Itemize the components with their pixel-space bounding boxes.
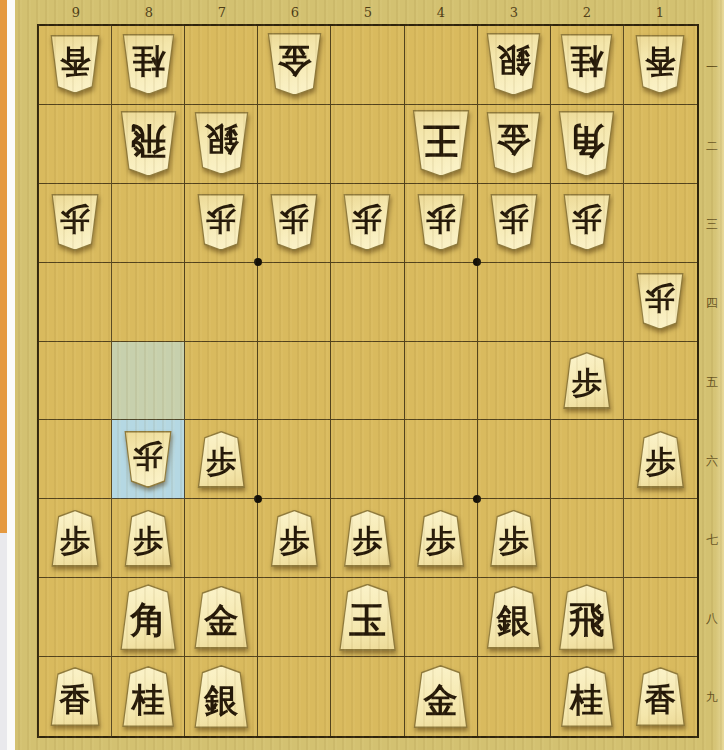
koma-face: 飛 — [120, 112, 176, 175]
koma-kanji: 歩 — [645, 284, 675, 314]
square-96[interactable] — [39, 420, 112, 499]
koma-kanji: 歩 — [133, 441, 163, 471]
koma-face: 銀 — [487, 587, 541, 647]
sente-orientation: 歩 — [489, 510, 539, 567]
koma-face: 歩 — [344, 196, 391, 250]
file-label-6: 6 — [259, 4, 332, 22]
square-92[interactable] — [39, 105, 112, 184]
koma-kanji: 歩 — [352, 526, 382, 556]
square-21[interactable]: 桂 — [551, 26, 624, 105]
shogi-piece-角-sente[interactable]: 角 — [119, 584, 178, 650]
square-15[interactable] — [624, 342, 697, 421]
shogi-piece-歩-sente[interactable]: 歩 — [489, 510, 539, 567]
star-point — [473, 258, 481, 266]
square-81[interactable]: 桂 — [112, 26, 185, 105]
sente-orientation: 歩 — [196, 431, 246, 488]
shogi-piece-金-gote[interactable]: 金 — [266, 33, 323, 96]
koma-face: 金 — [267, 35, 321, 95]
file-label-9: 9 — [40, 4, 113, 22]
gote-orientation: 金 — [485, 112, 542, 175]
koma-body: 歩 — [123, 431, 173, 488]
shogi-piece-香-sente[interactable]: 香 — [49, 667, 101, 726]
koma-kanji: 歩 — [572, 368, 602, 398]
square-84[interactable] — [112, 263, 185, 342]
koma-face: 歩 — [52, 196, 99, 250]
sente-orientation: 銀 — [485, 586, 542, 649]
file-label-2: 2 — [551, 4, 624, 22]
koma-face: 金 — [487, 114, 541, 174]
shogi-piece-香-sente[interactable]: 香 — [634, 667, 686, 726]
shogi-piece-銀-sente[interactable]: 銀 — [193, 665, 250, 728]
gote-orientation: 桂 — [121, 34, 176, 95]
koma-kanji: 歩 — [426, 205, 456, 235]
square-22[interactable]: 角 — [551, 105, 624, 184]
koma-face: 歩 — [125, 432, 172, 486]
koma-face: 玉 — [339, 585, 396, 649]
koma-face: 歩 — [637, 275, 684, 329]
left-white-strip — [7, 0, 15, 750]
sente-orientation: 歩 — [123, 510, 173, 567]
square-89[interactable]: 桂 — [112, 657, 185, 736]
gote-orientation: 香 — [634, 35, 686, 94]
koma-face: 桂 — [122, 668, 174, 726]
koma-face: 香 — [636, 37, 685, 93]
koma-kanji: 金 — [497, 124, 531, 158]
gote-orientation: 銀 — [485, 33, 542, 96]
koma-face: 香 — [51, 669, 100, 725]
sente-orientation: 香 — [49, 667, 101, 726]
square-12[interactable] — [624, 105, 697, 184]
koma-face: 桂 — [561, 668, 613, 726]
right-edge-fade — [714, 0, 724, 750]
koma-body: 金 — [412, 665, 469, 728]
koma-body: 歩 — [635, 431, 685, 488]
koma-face: 歩 — [125, 511, 172, 565]
square-65[interactable] — [258, 342, 331, 421]
koma-body: 歩 — [489, 510, 539, 567]
shogi-piece-歩-gote[interactable]: 歩 — [196, 194, 246, 251]
gote-orientation: 王 — [411, 110, 471, 177]
shogi-piece-歩-sente[interactable]: 歩 — [635, 431, 685, 488]
koma-body: 銀 — [485, 33, 542, 96]
shogi-piece-歩-sente[interactable]: 歩 — [562, 352, 612, 409]
sente-orientation: 歩 — [269, 510, 319, 567]
shogi-piece-飛-gote[interactable]: 飛 — [119, 111, 178, 177]
koma-face: 角 — [559, 112, 615, 175]
koma-kanji: 歩 — [206, 205, 236, 235]
koma-kanji: 金 — [424, 683, 458, 717]
file-label-1: 1 — [624, 4, 697, 22]
square-44[interactable] — [405, 263, 478, 342]
koma-body: 歩 — [635, 273, 685, 330]
koma-face: 歩 — [563, 196, 610, 250]
koma-body: 桂 — [559, 34, 614, 95]
koma-body: 王 — [411, 110, 471, 177]
koma-face: 銀 — [194, 114, 248, 174]
koma-body: 歩 — [269, 194, 319, 251]
koma-body: 銀 — [485, 586, 542, 649]
koma-kanji: 銀 — [204, 683, 238, 717]
square-37[interactable]: 歩 — [478, 499, 551, 578]
gote-orientation: 金 — [266, 33, 323, 96]
square-54[interactable] — [331, 263, 404, 342]
star-point — [254, 258, 262, 266]
koma-kanji: 香 — [645, 684, 676, 715]
shogi-board[interactable]: 香桂金銀桂香飛銀王金角歩歩歩歩歩歩歩歩歩歩歩歩歩歩歩歩歩歩角金玉銀飛香桂銀金桂香 — [37, 24, 699, 738]
shogi-piece-歩-gote[interactable]: 歩 — [123, 431, 173, 488]
shogi-piece-角-gote[interactable]: 角 — [557, 111, 616, 177]
square-99[interactable]: 香 — [39, 657, 112, 736]
square-82[interactable]: 飛 — [112, 105, 185, 184]
koma-face: 角 — [120, 586, 176, 649]
koma-kanji: 香 — [60, 46, 91, 77]
file-label-4: 4 — [405, 4, 478, 22]
koma-face: 歩 — [271, 511, 318, 565]
koma-body: 歩 — [562, 194, 612, 251]
koma-kanji: 歩 — [499, 205, 529, 235]
square-75[interactable] — [185, 342, 258, 421]
square-55[interactable] — [331, 342, 404, 421]
square-69[interactable] — [258, 657, 331, 736]
shogi-piece-銀-sente[interactable]: 銀 — [485, 586, 542, 649]
koma-face: 歩 — [198, 432, 245, 486]
square-17[interactable] — [624, 499, 697, 578]
square-56[interactable] — [331, 420, 404, 499]
koma-face: 桂 — [561, 36, 613, 94]
koma-kanji: 香 — [60, 684, 91, 715]
koma-kanji: 玉 — [349, 602, 386, 639]
star-point — [254, 495, 262, 503]
shogi-piece-香-gote[interactable]: 香 — [49, 35, 101, 94]
square-63[interactable]: 歩 — [258, 184, 331, 263]
square-59[interactable] — [331, 657, 404, 736]
square-94[interactable] — [39, 263, 112, 342]
koma-kanji: 金 — [277, 45, 311, 79]
koma-kanji: 桂 — [132, 683, 165, 716]
square-68[interactable] — [258, 578, 331, 657]
square-87[interactable]: 歩 — [112, 499, 185, 578]
shogi-piece-歩-gote[interactable]: 歩 — [416, 194, 466, 251]
koma-face: 歩 — [637, 432, 684, 486]
koma-face: 香 — [636, 669, 685, 725]
koma-kanji: 王 — [422, 122, 459, 159]
square-64[interactable] — [258, 263, 331, 342]
gote-orientation: 歩 — [342, 194, 392, 251]
shogi-piece-桂-sente[interactable]: 桂 — [121, 666, 176, 727]
square-73[interactable]: 歩 — [185, 184, 258, 263]
board-grid: 香桂金銀桂香飛銀王金角歩歩歩歩歩歩歩歩歩歩歩歩歩歩歩歩歩歩角金玉銀飛香桂銀金桂香 — [39, 26, 697, 736]
koma-face: 歩 — [271, 196, 318, 250]
square-32[interactable]: 金 — [478, 105, 551, 184]
sente-orientation: 銀 — [193, 665, 250, 728]
shogi-piece-飛-sente[interactable]: 飛 — [557, 584, 616, 650]
square-28[interactable]: 飛 — [551, 578, 624, 657]
koma-face: 歩 — [198, 196, 245, 250]
koma-kanji: 歩 — [279, 205, 309, 235]
koma-kanji: 飛 — [569, 602, 605, 638]
sente-orientation: 金 — [412, 665, 469, 728]
square-88[interactable]: 角 — [112, 578, 185, 657]
koma-kanji: 金 — [204, 603, 238, 637]
koma-face: 銀 — [194, 667, 248, 727]
koma-face: 歩 — [52, 511, 99, 565]
koma-face: 金 — [194, 587, 248, 647]
shogi-piece-歩-gote[interactable]: 歩 — [342, 194, 392, 251]
koma-kanji: 飛 — [130, 123, 166, 159]
koma-face: 歩 — [490, 196, 537, 250]
sente-orientation: 歩 — [562, 352, 612, 409]
koma-face: 歩 — [563, 353, 610, 407]
square-36[interactable] — [478, 420, 551, 499]
koma-body: 銀 — [193, 665, 250, 728]
square-33[interactable]: 歩 — [478, 184, 551, 263]
gote-orientation: 歩 — [489, 194, 539, 251]
shogi-piece-歩-sente[interactable]: 歩 — [196, 431, 246, 488]
square-74[interactable] — [185, 263, 258, 342]
koma-body: 歩 — [50, 510, 100, 567]
koma-kanji: 銀 — [497, 45, 531, 79]
koma-body: 歩 — [123, 510, 173, 567]
square-91[interactable]: 香 — [39, 26, 112, 105]
koma-kanji: 角 — [130, 602, 166, 638]
gote-orientation: 桂 — [559, 34, 614, 95]
shogi-piece-銀-gote[interactable]: 銀 — [193, 112, 250, 175]
koma-body: 角 — [119, 584, 178, 650]
gote-orientation: 歩 — [123, 431, 173, 488]
koma-kanji: 桂 — [132, 45, 165, 78]
koma-body: 歩 — [269, 510, 319, 567]
koma-kanji: 銀 — [204, 124, 238, 158]
square-27[interactable] — [551, 499, 624, 578]
koma-body: 歩 — [196, 431, 246, 488]
shogi-piece-歩-sente[interactable]: 歩 — [416, 510, 466, 567]
gote-orientation: 歩 — [416, 194, 466, 251]
square-19[interactable]: 香 — [624, 657, 697, 736]
square-83[interactable] — [112, 184, 185, 263]
koma-body: 歩 — [196, 194, 246, 251]
koma-body: 香 — [634, 667, 686, 726]
gote-orientation: 歩 — [562, 194, 612, 251]
koma-face: 金 — [414, 667, 468, 727]
square-67[interactable]: 歩 — [258, 499, 331, 578]
square-45[interactable] — [405, 342, 478, 421]
koma-face: 桂 — [122, 36, 174, 94]
square-47[interactable]: 歩 — [405, 499, 478, 578]
shogi-piece-歩-sente[interactable]: 歩 — [269, 510, 319, 567]
square-95[interactable] — [39, 342, 112, 421]
square-93[interactable]: 歩 — [39, 184, 112, 263]
square-97[interactable]: 歩 — [39, 499, 112, 578]
square-16[interactable]: 歩 — [624, 420, 697, 499]
file-label-7: 7 — [186, 4, 259, 22]
square-13[interactable] — [624, 184, 697, 263]
square-49[interactable]: 金 — [405, 657, 478, 736]
shogi-piece-金-sente[interactable]: 金 — [193, 586, 250, 649]
square-24[interactable] — [551, 263, 624, 342]
square-52[interactable] — [331, 105, 404, 184]
koma-kanji: 角 — [569, 123, 605, 159]
gote-orientation: 歩 — [635, 273, 685, 330]
square-66[interactable] — [258, 420, 331, 499]
gote-orientation: 銀 — [193, 112, 250, 175]
shogi-piece-金-gote[interactable]: 金 — [485, 112, 542, 175]
square-46[interactable] — [405, 420, 478, 499]
square-57[interactable]: 歩 — [331, 499, 404, 578]
koma-body: 香 — [49, 667, 101, 726]
square-42[interactable]: 王 — [405, 105, 478, 184]
sente-orientation: 歩 — [342, 510, 392, 567]
gote-orientation: 角 — [557, 111, 616, 177]
square-35[interactable] — [478, 342, 551, 421]
koma-face: 歩 — [344, 511, 391, 565]
shogi-piece-歩-sente[interactable]: 歩 — [50, 510, 100, 567]
square-18[interactable] — [624, 578, 697, 657]
gote-orientation: 香 — [49, 35, 101, 94]
shogi-piece-香-gote[interactable]: 香 — [634, 35, 686, 94]
koma-body: 桂 — [121, 34, 176, 95]
koma-body: 歩 — [416, 194, 466, 251]
star-point — [473, 495, 481, 503]
square-34[interactable] — [478, 263, 551, 342]
koma-body: 桂 — [121, 666, 176, 727]
file-label-3: 3 — [478, 4, 551, 22]
koma-kanji: 歩 — [572, 205, 602, 235]
koma-body: 香 — [634, 35, 686, 94]
square-58[interactable]: 玉 — [331, 578, 404, 657]
sente-orientation: 歩 — [635, 431, 685, 488]
gote-orientation: 歩 — [196, 194, 246, 251]
koma-kanji: 歩 — [206, 447, 236, 477]
koma-body: 歩 — [342, 194, 392, 251]
koma-body: 歩 — [489, 194, 539, 251]
koma-kanji: 歩 — [645, 447, 675, 477]
shogi-piece-銀-gote[interactable]: 銀 — [485, 33, 542, 96]
square-86[interactable]: 歩 — [112, 420, 185, 499]
square-48[interactable] — [405, 578, 478, 657]
sente-orientation: 歩 — [416, 510, 466, 567]
shogi-piece-王-gote[interactable]: 王 — [411, 110, 471, 177]
koma-body: 飛 — [119, 111, 178, 177]
sente-orientation: 金 — [193, 586, 250, 649]
shogi-piece-歩-sente[interactable]: 歩 — [123, 510, 173, 567]
square-39[interactable] — [478, 657, 551, 736]
koma-body: 飛 — [557, 584, 616, 650]
sente-orientation: 飛 — [557, 584, 616, 650]
gote-orientation: 歩 — [50, 194, 100, 251]
koma-face: 飛 — [559, 586, 615, 649]
shogi-piece-桂-sente[interactable]: 桂 — [559, 666, 614, 727]
koma-body: 角 — [557, 111, 616, 177]
koma-kanji: 歩 — [426, 526, 456, 556]
sente-orientation: 香 — [634, 667, 686, 726]
koma-face: 歩 — [490, 511, 537, 565]
left-accent-bar — [0, 0, 7, 533]
koma-kanji: 歩 — [352, 205, 382, 235]
shogi-piece-歩-gote[interactable]: 歩 — [269, 194, 319, 251]
koma-body: 歩 — [416, 510, 466, 567]
koma-face: 香 — [51, 37, 100, 93]
koma-kanji: 桂 — [570, 683, 603, 716]
shogi-piece-玉-sente[interactable]: 玉 — [337, 584, 397, 651]
koma-body: 銀 — [193, 112, 250, 175]
koma-body: 玉 — [337, 584, 397, 651]
file-label-8: 8 — [113, 4, 186, 22]
koma-kanji: 桂 — [570, 45, 603, 78]
shogi-piece-歩-sente[interactable]: 歩 — [342, 510, 392, 567]
koma-body: 香 — [49, 35, 101, 94]
koma-kanji: 歩 — [279, 526, 309, 556]
square-23[interactable]: 歩 — [551, 184, 624, 263]
sente-orientation: 玉 — [337, 584, 397, 651]
sente-orientation: 桂 — [121, 666, 176, 727]
square-61[interactable]: 金 — [258, 26, 331, 105]
square-85[interactable] — [112, 342, 185, 421]
shogi-app-screen: 987654321 一二三四五六七八九 香桂金銀桂香飛銀王金角歩歩歩歩歩歩歩歩歩… — [0, 0, 724, 750]
shogi-piece-歩-gote[interactable]: 歩 — [50, 194, 100, 251]
shogi-piece-歩-gote[interactable]: 歩 — [562, 194, 612, 251]
square-76[interactable]: 歩 — [185, 420, 258, 499]
koma-kanji: 香 — [645, 46, 676, 77]
square-62[interactable] — [258, 105, 331, 184]
square-77[interactable] — [185, 499, 258, 578]
square-53[interactable]: 歩 — [331, 184, 404, 263]
sente-orientation: 桂 — [559, 666, 614, 727]
koma-body: 金 — [266, 33, 323, 96]
sente-orientation: 歩 — [50, 510, 100, 567]
koma-kanji: 歩 — [60, 205, 90, 235]
shogi-piece-金-sente[interactable]: 金 — [412, 665, 469, 728]
square-78[interactable]: 金 — [185, 578, 258, 657]
koma-face: 歩 — [417, 511, 464, 565]
square-72[interactable]: 銀 — [185, 105, 258, 184]
square-14[interactable]: 歩 — [624, 263, 697, 342]
koma-kanji: 歩 — [499, 526, 529, 556]
gote-orientation: 飛 — [119, 111, 178, 177]
koma-body: 歩 — [50, 194, 100, 251]
square-79[interactable]: 銀 — [185, 657, 258, 736]
square-38[interactable]: 銀 — [478, 578, 551, 657]
square-11[interactable]: 香 — [624, 26, 697, 105]
left-accent-bar-lower — [0, 533, 7, 750]
square-71[interactable] — [185, 26, 258, 105]
gote-orientation: 歩 — [269, 194, 319, 251]
square-98[interactable] — [39, 578, 112, 657]
sente-orientation: 角 — [119, 584, 178, 650]
shogi-piece-歩-gote[interactable]: 歩 — [635, 273, 685, 330]
koma-face: 銀 — [487, 35, 541, 95]
square-51[interactable] — [331, 26, 404, 105]
koma-body: 金 — [193, 586, 250, 649]
koma-face: 歩 — [417, 196, 464, 250]
square-26[interactable] — [551, 420, 624, 499]
square-29[interactable]: 桂 — [551, 657, 624, 736]
koma-kanji: 歩 — [60, 526, 90, 556]
file-label-5: 5 — [332, 4, 405, 22]
square-25[interactable]: 歩 — [551, 342, 624, 421]
koma-face: 王 — [412, 112, 469, 176]
koma-kanji: 銀 — [497, 603, 531, 637]
koma-body: 歩 — [562, 352, 612, 409]
koma-body: 桂 — [559, 666, 614, 727]
koma-kanji: 歩 — [133, 526, 163, 556]
shogi-piece-歩-gote[interactable]: 歩 — [489, 194, 539, 251]
square-41[interactable] — [405, 26, 478, 105]
koma-body: 歩 — [342, 510, 392, 567]
shogi-piece-桂-gote[interactable]: 桂 — [559, 34, 614, 95]
shogi-piece-桂-gote[interactable]: 桂 — [121, 34, 176, 95]
square-43[interactable]: 歩 — [405, 184, 478, 263]
square-31[interactable]: 銀 — [478, 26, 551, 105]
